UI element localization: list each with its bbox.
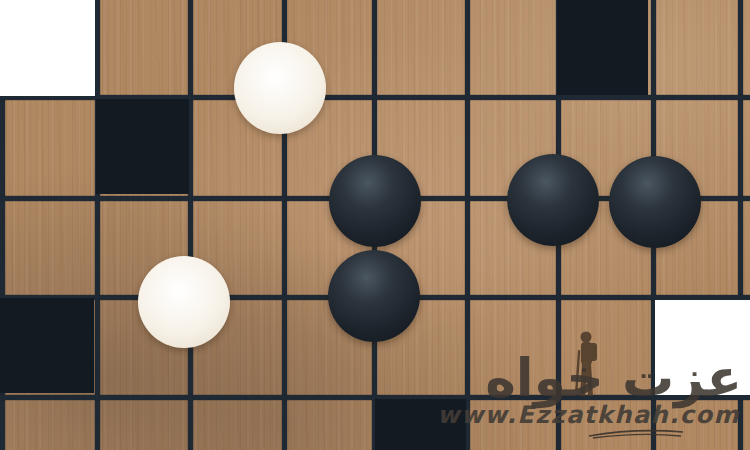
mask-square-black: [375, 399, 466, 450]
white-stone: [234, 42, 326, 134]
grid-line-vertical: [95, 0, 100, 450]
screenshot: عزت خواه www.Ezzatkhah.com: [0, 0, 750, 450]
black-stone: [507, 154, 599, 246]
go-board: عزت خواه www.Ezzatkhah.com: [0, 0, 750, 450]
grid-line-vertical: [465, 0, 470, 450]
black-stone: [328, 250, 420, 342]
white-stone: [138, 256, 230, 348]
hiker-icon: [575, 330, 601, 400]
black-stone: [329, 155, 421, 247]
mask-square-black: [557, 0, 648, 95]
black-stone: [609, 156, 701, 248]
mask-square-white: [0, 0, 95, 96]
grid-line-vertical: [188, 0, 193, 450]
underline-swoosh-icon: [587, 429, 685, 439]
watermark-url-text: www.Ezzatkhah.com: [437, 401, 740, 429]
mask-square-white: [655, 300, 750, 395]
mask-square-black: [0, 298, 94, 393]
mask-square-black: [96, 99, 189, 194]
